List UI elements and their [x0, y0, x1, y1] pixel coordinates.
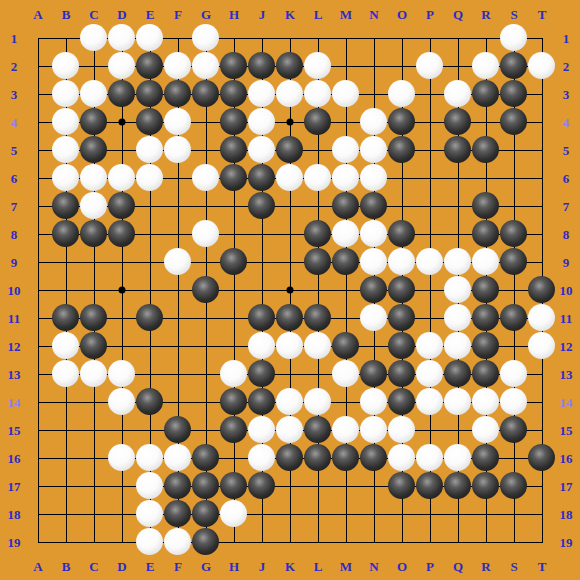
- intersection-H7[interactable]: [220, 192, 248, 220]
- intersection-C3[interactable]: [80, 80, 108, 108]
- intersection-O8[interactable]: [388, 220, 416, 248]
- intersection-K6[interactable]: [276, 164, 304, 192]
- intersection-D2[interactable]: [108, 52, 136, 80]
- intersection-N17[interactable]: [360, 472, 388, 500]
- intersection-R14[interactable]: [472, 388, 500, 416]
- intersection-R13[interactable]: [472, 360, 500, 388]
- intersection-Q3[interactable]: [444, 80, 472, 108]
- intersection-M17[interactable]: [332, 472, 360, 500]
- intersection-B9[interactable]: [52, 248, 80, 276]
- intersection-S11[interactable]: [500, 304, 528, 332]
- intersection-G4[interactable]: [192, 108, 220, 136]
- intersection-J5[interactable]: [248, 136, 276, 164]
- intersection-K8[interactable]: [276, 220, 304, 248]
- intersection-L1[interactable]: [304, 24, 332, 52]
- intersection-F3[interactable]: [164, 80, 192, 108]
- intersection-O7[interactable]: [388, 192, 416, 220]
- intersection-K16[interactable]: [276, 444, 304, 472]
- intersection-E19[interactable]: [136, 528, 164, 556]
- intersection-N8[interactable]: [360, 220, 388, 248]
- intersection-P5[interactable]: [416, 136, 444, 164]
- intersection-J17[interactable]: [248, 472, 276, 500]
- intersection-D15[interactable]: [108, 416, 136, 444]
- intersection-F1[interactable]: [164, 24, 192, 52]
- intersection-T4[interactable]: [528, 108, 556, 136]
- intersection-P11[interactable]: [416, 304, 444, 332]
- intersection-Q5[interactable]: [444, 136, 472, 164]
- intersection-C15[interactable]: [80, 416, 108, 444]
- intersection-S4[interactable]: [500, 108, 528, 136]
- intersection-G7[interactable]: [192, 192, 220, 220]
- intersection-O13[interactable]: [388, 360, 416, 388]
- intersection-Q11[interactable]: [444, 304, 472, 332]
- intersection-R18[interactable]: [472, 500, 500, 528]
- intersection-T1[interactable]: [528, 24, 556, 52]
- intersection-P12[interactable]: [416, 332, 444, 360]
- intersection-Q8[interactable]: [444, 220, 472, 248]
- intersection-E5[interactable]: [136, 136, 164, 164]
- intersection-N3[interactable]: [360, 80, 388, 108]
- intersection-L16[interactable]: [304, 444, 332, 472]
- intersection-Q2[interactable]: [444, 52, 472, 80]
- intersection-H10[interactable]: [220, 276, 248, 304]
- intersection-R4[interactable]: [472, 108, 500, 136]
- intersection-D1[interactable]: [108, 24, 136, 52]
- intersection-T7[interactable]: [528, 192, 556, 220]
- intersection-L2[interactable]: [304, 52, 332, 80]
- intersection-S6[interactable]: [500, 164, 528, 192]
- intersection-Q4[interactable]: [444, 108, 472, 136]
- intersection-Q14[interactable]: [444, 388, 472, 416]
- intersection-R5[interactable]: [472, 136, 500, 164]
- intersection-H16[interactable]: [220, 444, 248, 472]
- intersection-F2[interactable]: [164, 52, 192, 80]
- intersection-L4[interactable]: [304, 108, 332, 136]
- intersection-C8[interactable]: [80, 220, 108, 248]
- intersection-F7[interactable]: [164, 192, 192, 220]
- intersection-K4[interactable]: [276, 108, 304, 136]
- intersection-B3[interactable]: [52, 80, 80, 108]
- intersection-J15[interactable]: [248, 416, 276, 444]
- intersection-B1[interactable]: [52, 24, 80, 52]
- intersection-S17[interactable]: [500, 472, 528, 500]
- intersection-D6[interactable]: [108, 164, 136, 192]
- intersection-C14[interactable]: [80, 388, 108, 416]
- intersection-O12[interactable]: [388, 332, 416, 360]
- intersection-B2[interactable]: [52, 52, 80, 80]
- intersection-N6[interactable]: [360, 164, 388, 192]
- intersection-F19[interactable]: [164, 528, 192, 556]
- intersection-P10[interactable]: [416, 276, 444, 304]
- intersection-C13[interactable]: [80, 360, 108, 388]
- intersection-O5[interactable]: [388, 136, 416, 164]
- intersection-B13[interactable]: [52, 360, 80, 388]
- intersection-A5[interactable]: [24, 136, 52, 164]
- intersection-A6[interactable]: [24, 164, 52, 192]
- intersection-Q18[interactable]: [444, 500, 472, 528]
- intersection-Q1[interactable]: [444, 24, 472, 52]
- intersection-F18[interactable]: [164, 500, 192, 528]
- intersection-B5[interactable]: [52, 136, 80, 164]
- intersection-C10[interactable]: [80, 276, 108, 304]
- intersection-F8[interactable]: [164, 220, 192, 248]
- intersection-P3[interactable]: [416, 80, 444, 108]
- intersection-A19[interactable]: [24, 528, 52, 556]
- intersection-M7[interactable]: [332, 192, 360, 220]
- intersection-J12[interactable]: [248, 332, 276, 360]
- intersection-N16[interactable]: [360, 444, 388, 472]
- intersection-M1[interactable]: [332, 24, 360, 52]
- go-board[interactable]: AA11BB22CC33DD44EE55FF66GG77HH88JJ99KK10…: [0, 0, 580, 580]
- intersection-T18[interactable]: [528, 500, 556, 528]
- intersection-O9[interactable]: [388, 248, 416, 276]
- intersection-P18[interactable]: [416, 500, 444, 528]
- intersection-D12[interactable]: [108, 332, 136, 360]
- intersection-C4[interactable]: [80, 108, 108, 136]
- intersection-A9[interactable]: [24, 248, 52, 276]
- intersection-G14[interactable]: [192, 388, 220, 416]
- intersection-H6[interactable]: [220, 164, 248, 192]
- intersection-J19[interactable]: [248, 528, 276, 556]
- intersection-O1[interactable]: [388, 24, 416, 52]
- intersection-L13[interactable]: [304, 360, 332, 388]
- intersection-L19[interactable]: [304, 528, 332, 556]
- intersection-H19[interactable]: [220, 528, 248, 556]
- intersection-Q19[interactable]: [444, 528, 472, 556]
- intersection-S10[interactable]: [500, 276, 528, 304]
- intersection-L18[interactable]: [304, 500, 332, 528]
- intersection-G10[interactable]: [192, 276, 220, 304]
- intersection-D14[interactable]: [108, 388, 136, 416]
- intersection-E11[interactable]: [136, 304, 164, 332]
- intersection-H1[interactable]: [220, 24, 248, 52]
- intersection-H11[interactable]: [220, 304, 248, 332]
- intersection-E10[interactable]: [136, 276, 164, 304]
- intersection-K12[interactable]: [276, 332, 304, 360]
- intersection-B6[interactable]: [52, 164, 80, 192]
- intersection-C5[interactable]: [80, 136, 108, 164]
- intersection-M10[interactable]: [332, 276, 360, 304]
- intersection-O18[interactable]: [388, 500, 416, 528]
- intersection-A2[interactable]: [24, 52, 52, 80]
- intersection-B17[interactable]: [52, 472, 80, 500]
- intersection-H18[interactable]: [220, 500, 248, 528]
- intersection-L9[interactable]: [304, 248, 332, 276]
- intersection-T9[interactable]: [528, 248, 556, 276]
- intersection-E14[interactable]: [136, 388, 164, 416]
- intersection-R16[interactable]: [472, 444, 500, 472]
- intersection-J4[interactable]: [248, 108, 276, 136]
- intersection-S9[interactable]: [500, 248, 528, 276]
- intersection-Q12[interactable]: [444, 332, 472, 360]
- intersection-J8[interactable]: [248, 220, 276, 248]
- intersection-P2[interactable]: [416, 52, 444, 80]
- intersection-E7[interactable]: [136, 192, 164, 220]
- intersection-S14[interactable]: [500, 388, 528, 416]
- intersection-B15[interactable]: [52, 416, 80, 444]
- intersection-E17[interactable]: [136, 472, 164, 500]
- intersection-T6[interactable]: [528, 164, 556, 192]
- intersection-B12[interactable]: [52, 332, 80, 360]
- intersection-L6[interactable]: [304, 164, 332, 192]
- intersection-O16[interactable]: [388, 444, 416, 472]
- intersection-H17[interactable]: [220, 472, 248, 500]
- intersection-H13[interactable]: [220, 360, 248, 388]
- intersection-L3[interactable]: [304, 80, 332, 108]
- intersection-R11[interactable]: [472, 304, 500, 332]
- intersection-G8[interactable]: [192, 220, 220, 248]
- intersection-P4[interactable]: [416, 108, 444, 136]
- intersection-H4[interactable]: [220, 108, 248, 136]
- intersection-G11[interactable]: [192, 304, 220, 332]
- intersection-T17[interactable]: [528, 472, 556, 500]
- intersection-J18[interactable]: [248, 500, 276, 528]
- intersection-J10[interactable]: [248, 276, 276, 304]
- intersection-Q6[interactable]: [444, 164, 472, 192]
- intersection-T11[interactable]: [528, 304, 556, 332]
- intersection-E2[interactable]: [136, 52, 164, 80]
- intersection-R3[interactable]: [472, 80, 500, 108]
- intersection-F4[interactable]: [164, 108, 192, 136]
- intersection-A16[interactable]: [24, 444, 52, 472]
- intersection-E3[interactable]: [136, 80, 164, 108]
- intersection-A7[interactable]: [24, 192, 52, 220]
- intersection-R12[interactable]: [472, 332, 500, 360]
- intersection-O19[interactable]: [388, 528, 416, 556]
- intersection-C19[interactable]: [80, 528, 108, 556]
- intersection-A8[interactable]: [24, 220, 52, 248]
- intersection-J2[interactable]: [248, 52, 276, 80]
- intersection-T2[interactable]: [528, 52, 556, 80]
- intersection-A4[interactable]: [24, 108, 52, 136]
- intersection-T19[interactable]: [528, 528, 556, 556]
- intersection-K9[interactable]: [276, 248, 304, 276]
- intersection-S2[interactable]: [500, 52, 528, 80]
- intersection-G18[interactable]: [192, 500, 220, 528]
- intersection-J1[interactable]: [248, 24, 276, 52]
- intersection-M6[interactable]: [332, 164, 360, 192]
- intersection-D5[interactable]: [108, 136, 136, 164]
- intersection-H14[interactable]: [220, 388, 248, 416]
- intersection-S18[interactable]: [500, 500, 528, 528]
- intersection-S7[interactable]: [500, 192, 528, 220]
- intersection-M3[interactable]: [332, 80, 360, 108]
- board-intersections[interactable]: [24, 24, 556, 556]
- intersection-D19[interactable]: [108, 528, 136, 556]
- intersection-M14[interactable]: [332, 388, 360, 416]
- intersection-S15[interactable]: [500, 416, 528, 444]
- intersection-G16[interactable]: [192, 444, 220, 472]
- intersection-H5[interactable]: [220, 136, 248, 164]
- intersection-E18[interactable]: [136, 500, 164, 528]
- intersection-A12[interactable]: [24, 332, 52, 360]
- intersection-L15[interactable]: [304, 416, 332, 444]
- intersection-F17[interactable]: [164, 472, 192, 500]
- intersection-S12[interactable]: [500, 332, 528, 360]
- intersection-L7[interactable]: [304, 192, 332, 220]
- intersection-N4[interactable]: [360, 108, 388, 136]
- intersection-N11[interactable]: [360, 304, 388, 332]
- intersection-S19[interactable]: [500, 528, 528, 556]
- intersection-D7[interactable]: [108, 192, 136, 220]
- intersection-L12[interactable]: [304, 332, 332, 360]
- intersection-N12[interactable]: [360, 332, 388, 360]
- intersection-D8[interactable]: [108, 220, 136, 248]
- intersection-J7[interactable]: [248, 192, 276, 220]
- intersection-P17[interactable]: [416, 472, 444, 500]
- intersection-R9[interactable]: [472, 248, 500, 276]
- intersection-P9[interactable]: [416, 248, 444, 276]
- intersection-P1[interactable]: [416, 24, 444, 52]
- intersection-J3[interactable]: [248, 80, 276, 108]
- intersection-Q13[interactable]: [444, 360, 472, 388]
- intersection-T13[interactable]: [528, 360, 556, 388]
- intersection-J16[interactable]: [248, 444, 276, 472]
- intersection-G17[interactable]: [192, 472, 220, 500]
- intersection-F16[interactable]: [164, 444, 192, 472]
- intersection-M9[interactable]: [332, 248, 360, 276]
- intersection-D17[interactable]: [108, 472, 136, 500]
- intersection-N2[interactable]: [360, 52, 388, 80]
- intersection-T15[interactable]: [528, 416, 556, 444]
- intersection-C2[interactable]: [80, 52, 108, 80]
- intersection-D18[interactable]: [108, 500, 136, 528]
- intersection-N7[interactable]: [360, 192, 388, 220]
- intersection-S16[interactable]: [500, 444, 528, 472]
- intersection-Q10[interactable]: [444, 276, 472, 304]
- intersection-N15[interactable]: [360, 416, 388, 444]
- intersection-S13[interactable]: [500, 360, 528, 388]
- intersection-M18[interactable]: [332, 500, 360, 528]
- intersection-O10[interactable]: [388, 276, 416, 304]
- intersection-C1[interactable]: [80, 24, 108, 52]
- intersection-N1[interactable]: [360, 24, 388, 52]
- intersection-T10[interactable]: [528, 276, 556, 304]
- intersection-B16[interactable]: [52, 444, 80, 472]
- intersection-E16[interactable]: [136, 444, 164, 472]
- intersection-P8[interactable]: [416, 220, 444, 248]
- intersection-Q9[interactable]: [444, 248, 472, 276]
- intersection-R17[interactable]: [472, 472, 500, 500]
- intersection-K7[interactable]: [276, 192, 304, 220]
- intersection-T3[interactable]: [528, 80, 556, 108]
- intersection-C16[interactable]: [80, 444, 108, 472]
- intersection-R10[interactable]: [472, 276, 500, 304]
- intersection-B7[interactable]: [52, 192, 80, 220]
- intersection-R7[interactable]: [472, 192, 500, 220]
- intersection-H2[interactable]: [220, 52, 248, 80]
- intersection-P14[interactable]: [416, 388, 444, 416]
- intersection-K14[interactable]: [276, 388, 304, 416]
- intersection-E8[interactable]: [136, 220, 164, 248]
- intersection-A3[interactable]: [24, 80, 52, 108]
- intersection-F6[interactable]: [164, 164, 192, 192]
- intersection-O2[interactable]: [388, 52, 416, 80]
- intersection-T16[interactable]: [528, 444, 556, 472]
- intersection-D9[interactable]: [108, 248, 136, 276]
- intersection-S5[interactable]: [500, 136, 528, 164]
- intersection-N14[interactable]: [360, 388, 388, 416]
- intersection-E13[interactable]: [136, 360, 164, 388]
- intersection-K19[interactable]: [276, 528, 304, 556]
- intersection-G2[interactable]: [192, 52, 220, 80]
- intersection-H15[interactable]: [220, 416, 248, 444]
- intersection-E1[interactable]: [136, 24, 164, 52]
- intersection-B11[interactable]: [52, 304, 80, 332]
- intersection-E15[interactable]: [136, 416, 164, 444]
- intersection-F14[interactable]: [164, 388, 192, 416]
- intersection-O4[interactable]: [388, 108, 416, 136]
- intersection-A15[interactable]: [24, 416, 52, 444]
- intersection-D13[interactable]: [108, 360, 136, 388]
- intersection-F9[interactable]: [164, 248, 192, 276]
- intersection-N18[interactable]: [360, 500, 388, 528]
- intersection-H8[interactable]: [220, 220, 248, 248]
- intersection-R19[interactable]: [472, 528, 500, 556]
- intersection-G19[interactable]: [192, 528, 220, 556]
- intersection-J6[interactable]: [248, 164, 276, 192]
- intersection-J14[interactable]: [248, 388, 276, 416]
- intersection-F11[interactable]: [164, 304, 192, 332]
- intersection-G15[interactable]: [192, 416, 220, 444]
- intersection-S1[interactable]: [500, 24, 528, 52]
- intersection-S8[interactable]: [500, 220, 528, 248]
- intersection-L14[interactable]: [304, 388, 332, 416]
- intersection-D4[interactable]: [108, 108, 136, 136]
- intersection-F13[interactable]: [164, 360, 192, 388]
- intersection-H9[interactable]: [220, 248, 248, 276]
- intersection-M19[interactable]: [332, 528, 360, 556]
- intersection-C12[interactable]: [80, 332, 108, 360]
- intersection-M8[interactable]: [332, 220, 360, 248]
- intersection-K11[interactable]: [276, 304, 304, 332]
- intersection-M16[interactable]: [332, 444, 360, 472]
- intersection-B18[interactable]: [52, 500, 80, 528]
- intersection-R8[interactable]: [472, 220, 500, 248]
- intersection-P6[interactable]: [416, 164, 444, 192]
- intersection-D3[interactable]: [108, 80, 136, 108]
- intersection-G13[interactable]: [192, 360, 220, 388]
- intersection-P19[interactable]: [416, 528, 444, 556]
- intersection-O17[interactable]: [388, 472, 416, 500]
- intersection-G1[interactable]: [192, 24, 220, 52]
- intersection-H3[interactable]: [220, 80, 248, 108]
- intersection-L11[interactable]: [304, 304, 332, 332]
- intersection-Q17[interactable]: [444, 472, 472, 500]
- intersection-L5[interactable]: [304, 136, 332, 164]
- intersection-C9[interactable]: [80, 248, 108, 276]
- intersection-E6[interactable]: [136, 164, 164, 192]
- intersection-K17[interactable]: [276, 472, 304, 500]
- intersection-B14[interactable]: [52, 388, 80, 416]
- intersection-N19[interactable]: [360, 528, 388, 556]
- intersection-Q16[interactable]: [444, 444, 472, 472]
- intersection-E12[interactable]: [136, 332, 164, 360]
- intersection-P7[interactable]: [416, 192, 444, 220]
- intersection-B19[interactable]: [52, 528, 80, 556]
- intersection-G12[interactable]: [192, 332, 220, 360]
- intersection-G3[interactable]: [192, 80, 220, 108]
- intersection-T5[interactable]: [528, 136, 556, 164]
- intersection-T14[interactable]: [528, 388, 556, 416]
- intersection-E4[interactable]: [136, 108, 164, 136]
- intersection-O3[interactable]: [388, 80, 416, 108]
- intersection-K3[interactable]: [276, 80, 304, 108]
- intersection-T12[interactable]: [528, 332, 556, 360]
- intersection-M15[interactable]: [332, 416, 360, 444]
- intersection-N9[interactable]: [360, 248, 388, 276]
- intersection-K13[interactable]: [276, 360, 304, 388]
